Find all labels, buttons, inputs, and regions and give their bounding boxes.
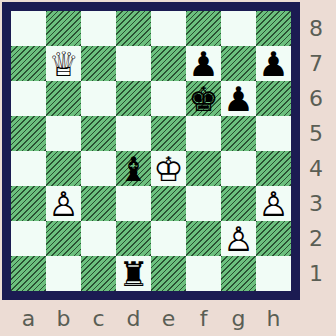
square-b6[interactable] [46, 81, 81, 116]
rank-label-1: 1 [300, 256, 332, 291]
square-g7[interactable] [221, 46, 256, 81]
square-h8[interactable] [256, 11, 291, 46]
file-label-a: a [11, 303, 46, 333]
square-b4[interactable] [46, 151, 81, 186]
square-d2[interactable] [116, 221, 151, 256]
file-label-h: h [256, 303, 291, 333]
piece-black-pawn[interactable]: ♟ [186, 46, 221, 81]
square-f2[interactable] [186, 221, 221, 256]
square-h3[interactable]: ♟♙ [256, 186, 291, 221]
square-g5[interactable] [221, 116, 256, 151]
square-e6[interactable] [151, 81, 186, 116]
square-h1[interactable] [256, 256, 291, 291]
piece-white-queen[interactable]: ♕ [46, 46, 81, 81]
square-c6[interactable] [81, 81, 116, 116]
file-label-g: g [221, 303, 256, 333]
square-d1[interactable]: ♜ [116, 256, 151, 291]
square-d5[interactable] [116, 116, 151, 151]
square-d8[interactable] [116, 11, 151, 46]
square-c3[interactable] [81, 186, 116, 221]
file-labels: abcdefgh [11, 303, 291, 333]
square-c2[interactable] [81, 221, 116, 256]
square-f3[interactable] [186, 186, 221, 221]
square-a8[interactable] [11, 11, 46, 46]
file-label-d: d [116, 303, 151, 333]
file-label-c: c [81, 303, 116, 333]
piece-black-pawn[interactable]: ♟ [221, 81, 256, 116]
square-h6[interactable] [256, 81, 291, 116]
square-f6[interactable]: ♚ [186, 81, 221, 116]
square-h7[interactable]: ♟ [256, 46, 291, 81]
square-a6[interactable] [11, 81, 46, 116]
square-g8[interactable] [221, 11, 256, 46]
square-h2[interactable] [256, 221, 291, 256]
square-a3[interactable] [11, 186, 46, 221]
square-g6[interactable]: ♟ [221, 81, 256, 116]
square-c1[interactable] [81, 256, 116, 291]
piece-white-pawn[interactable]: ♙ [46, 186, 81, 221]
file-label-f: f [186, 303, 221, 333]
square-e8[interactable] [151, 11, 186, 46]
square-b5[interactable] [46, 116, 81, 151]
square-c4[interactable] [81, 151, 116, 186]
square-f8[interactable] [186, 11, 221, 46]
square-g4[interactable] [221, 151, 256, 186]
square-d4[interactable]: ♝ [116, 151, 151, 186]
square-f4[interactable] [186, 151, 221, 186]
square-g1[interactable] [221, 256, 256, 291]
rank-label-2: 2 [300, 221, 332, 256]
square-c5[interactable] [81, 116, 116, 151]
square-d7[interactable] [116, 46, 151, 81]
rank-labels: 87654321 [300, 11, 332, 291]
square-b1[interactable] [46, 256, 81, 291]
square-e2[interactable] [151, 221, 186, 256]
rank-label-5: 5 [300, 116, 332, 151]
square-b7[interactable]: ♛♕ [46, 46, 81, 81]
piece-white-king[interactable]: ♔ [151, 151, 186, 186]
chess-diagram: ♛♕♟♟♚♟♝♚♔♟♙♟♙♟♙♜ abcdefgh 87654321 [0, 0, 336, 336]
file-label-b: b [46, 303, 81, 333]
piece-black-rook[interactable]: ♜ [116, 256, 151, 291]
square-e1[interactable] [151, 256, 186, 291]
piece-white-pawn[interactable]: ♙ [256, 186, 291, 221]
square-d3[interactable] [116, 186, 151, 221]
square-b3[interactable]: ♟♙ [46, 186, 81, 221]
rank-label-8: 8 [300, 11, 332, 46]
square-a1[interactable] [11, 256, 46, 291]
piece-black-pawn[interactable]: ♟ [256, 46, 291, 81]
square-f7[interactable]: ♟ [186, 46, 221, 81]
piece-black-king[interactable]: ♚ [186, 81, 221, 116]
rank-label-3: 3 [300, 186, 332, 221]
piece-white-pawn[interactable]: ♙ [221, 221, 256, 256]
square-g3[interactable] [221, 186, 256, 221]
square-d6[interactable] [116, 81, 151, 116]
square-a2[interactable] [11, 221, 46, 256]
square-g2[interactable]: ♟♙ [221, 221, 256, 256]
file-label-e: e [151, 303, 186, 333]
chess-board: ♛♕♟♟♚♟♝♚♔♟♙♟♙♟♙♜ [2, 2, 300, 300]
square-f5[interactable] [186, 116, 221, 151]
rank-label-4: 4 [300, 151, 332, 186]
square-e5[interactable] [151, 116, 186, 151]
square-e7[interactable] [151, 46, 186, 81]
square-h5[interactable] [256, 116, 291, 151]
square-a4[interactable] [11, 151, 46, 186]
square-a5[interactable] [11, 116, 46, 151]
rank-label-6: 6 [300, 81, 332, 116]
square-a7[interactable] [11, 46, 46, 81]
piece-black-bishop[interactable]: ♝ [116, 151, 151, 186]
rank-label-7: 7 [300, 46, 332, 81]
square-h4[interactable] [256, 151, 291, 186]
square-b8[interactable] [46, 11, 81, 46]
square-c8[interactable] [81, 11, 116, 46]
square-e4[interactable]: ♚♔ [151, 151, 186, 186]
square-e3[interactable] [151, 186, 186, 221]
square-c7[interactable] [81, 46, 116, 81]
square-b2[interactable] [46, 221, 81, 256]
square-f1[interactable] [186, 256, 221, 291]
